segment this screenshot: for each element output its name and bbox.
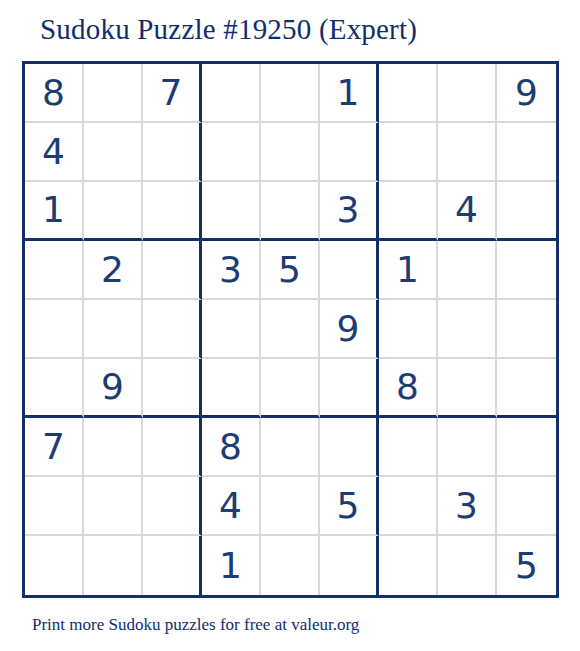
cell-r9c3[interactable] bbox=[143, 536, 202, 595]
cell-r6c7[interactable]: 8 bbox=[379, 359, 438, 418]
cell-r1c4[interactable] bbox=[202, 64, 261, 123]
cell-r8c7[interactable] bbox=[379, 477, 438, 536]
cell-r7c2[interactable] bbox=[84, 418, 143, 477]
cell-r5c4[interactable] bbox=[202, 300, 261, 359]
cell-r7c4[interactable]: 8 bbox=[202, 418, 261, 477]
cell-r9c6[interactable] bbox=[320, 536, 379, 595]
cell-r4c4[interactable]: 3 bbox=[202, 241, 261, 300]
cell-r5c6[interactable]: 9 bbox=[320, 300, 379, 359]
footer-text: Print more Sudoku puzzles for free at va… bbox=[32, 615, 359, 635]
cell-r4c1[interactable] bbox=[25, 241, 84, 300]
cell-r6c3[interactable] bbox=[143, 359, 202, 418]
cell-r4c6[interactable] bbox=[320, 241, 379, 300]
cell-r5c1[interactable] bbox=[25, 300, 84, 359]
cell-r8c2[interactable] bbox=[84, 477, 143, 536]
cell-r2c9[interactable] bbox=[497, 123, 556, 182]
cell-r3c5[interactable] bbox=[261, 182, 320, 241]
cell-r8c6[interactable]: 5 bbox=[320, 477, 379, 536]
cell-r1c6[interactable]: 1 bbox=[320, 64, 379, 123]
cell-r8c1[interactable] bbox=[25, 477, 84, 536]
cell-r8c9[interactable] bbox=[497, 477, 556, 536]
cell-r2c1[interactable]: 4 bbox=[25, 123, 84, 182]
cell-r7c7[interactable] bbox=[379, 418, 438, 477]
cell-r2c8[interactable] bbox=[438, 123, 497, 182]
cell-r6c6[interactable] bbox=[320, 359, 379, 418]
cell-r4c7[interactable]: 1 bbox=[379, 241, 438, 300]
cell-r7c8[interactable] bbox=[438, 418, 497, 477]
cell-r6c9[interactable] bbox=[497, 359, 556, 418]
cell-r4c3[interactable] bbox=[143, 241, 202, 300]
cell-r7c9[interactable] bbox=[497, 418, 556, 477]
cell-r1c2[interactable] bbox=[84, 64, 143, 123]
cell-r3c2[interactable] bbox=[84, 182, 143, 241]
cell-r1c5[interactable] bbox=[261, 64, 320, 123]
cell-r9c1[interactable] bbox=[25, 536, 84, 595]
cell-r9c9[interactable]: 5 bbox=[497, 536, 556, 595]
cell-r3c1[interactable]: 1 bbox=[25, 182, 84, 241]
cell-r6c8[interactable] bbox=[438, 359, 497, 418]
cell-r5c3[interactable] bbox=[143, 300, 202, 359]
cell-r3c3[interactable] bbox=[143, 182, 202, 241]
sudoku-board: 8719413423519987845315 bbox=[22, 61, 559, 598]
cell-r1c8[interactable] bbox=[438, 64, 497, 123]
cell-r7c1[interactable]: 7 bbox=[25, 418, 84, 477]
cell-r6c1[interactable] bbox=[25, 359, 84, 418]
cell-r2c7[interactable] bbox=[379, 123, 438, 182]
page-title: Sudoku Puzzle #19250 (Expert) bbox=[40, 13, 417, 46]
cell-r8c3[interactable] bbox=[143, 477, 202, 536]
cell-r3c7[interactable] bbox=[379, 182, 438, 241]
cell-r7c5[interactable] bbox=[261, 418, 320, 477]
cell-r6c5[interactable] bbox=[261, 359, 320, 418]
cell-r7c3[interactable] bbox=[143, 418, 202, 477]
cell-r9c4[interactable]: 1 bbox=[202, 536, 261, 595]
cell-r2c2[interactable] bbox=[84, 123, 143, 182]
cell-r5c5[interactable] bbox=[261, 300, 320, 359]
cell-r7c6[interactable] bbox=[320, 418, 379, 477]
cell-r1c3[interactable]: 7 bbox=[143, 64, 202, 123]
cell-r6c2[interactable]: 9 bbox=[84, 359, 143, 418]
cell-r8c5[interactable] bbox=[261, 477, 320, 536]
cell-r8c8[interactable]: 3 bbox=[438, 477, 497, 536]
cell-r2c5[interactable] bbox=[261, 123, 320, 182]
cell-r3c4[interactable] bbox=[202, 182, 261, 241]
cell-r5c7[interactable] bbox=[379, 300, 438, 359]
cell-r9c8[interactable] bbox=[438, 536, 497, 595]
sudoku-page: Sudoku Puzzle #19250 (Expert) 8719413423… bbox=[0, 0, 580, 651]
cell-r1c9[interactable]: 9 bbox=[497, 64, 556, 123]
cell-r1c7[interactable] bbox=[379, 64, 438, 123]
cell-r9c5[interactable] bbox=[261, 536, 320, 595]
cell-r2c4[interactable] bbox=[202, 123, 261, 182]
cell-r4c5[interactable]: 5 bbox=[261, 241, 320, 300]
cell-r8c4[interactable]: 4 bbox=[202, 477, 261, 536]
cell-r6c4[interactable] bbox=[202, 359, 261, 418]
cell-r9c7[interactable] bbox=[379, 536, 438, 595]
cell-r2c6[interactable] bbox=[320, 123, 379, 182]
cell-r4c2[interactable]: 2 bbox=[84, 241, 143, 300]
cell-r1c1[interactable]: 8 bbox=[25, 64, 84, 123]
cell-r9c2[interactable] bbox=[84, 536, 143, 595]
cell-r5c2[interactable] bbox=[84, 300, 143, 359]
cell-r3c9[interactable] bbox=[497, 182, 556, 241]
cell-r3c8[interactable]: 4 bbox=[438, 182, 497, 241]
cell-r5c9[interactable] bbox=[497, 300, 556, 359]
cell-r2c3[interactable] bbox=[143, 123, 202, 182]
cell-r5c8[interactable] bbox=[438, 300, 497, 359]
cell-r3c6[interactable]: 3 bbox=[320, 182, 379, 241]
cell-r4c9[interactable] bbox=[497, 241, 556, 300]
cell-r4c8[interactable] bbox=[438, 241, 497, 300]
